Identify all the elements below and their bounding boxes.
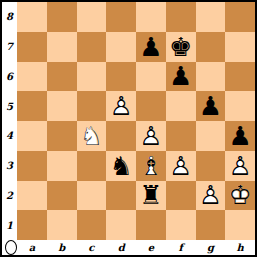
square-b2[interactable]	[47, 181, 77, 211]
square-b6[interactable]	[47, 62, 77, 92]
square-c8[interactable]	[77, 2, 107, 32]
square-d2[interactable]	[106, 181, 136, 211]
square-e8[interactable]	[136, 2, 166, 32]
king-glyph: ♚	[169, 34, 192, 60]
pawn-glyph: ♟	[228, 123, 251, 149]
square-a1[interactable]	[17, 210, 47, 240]
square-e2[interactable]: ♜	[136, 181, 166, 211]
square-d7[interactable]	[106, 32, 136, 62]
rank-label-6: 6	[2, 62, 17, 92]
file-label-d: d	[106, 240, 136, 255]
piece-white-pawn[interactable]: ♟♙	[225, 151, 255, 181]
pawn-glyph-outline: ♙	[169, 153, 192, 179]
square-a2[interactable]	[17, 181, 47, 211]
pawn-glyph-outline: ♙	[139, 123, 162, 149]
rank-label-5: 5	[2, 91, 17, 121]
square-e5[interactable]	[136, 91, 166, 121]
square-a7[interactable]	[17, 32, 47, 62]
file-label-b: b	[47, 240, 77, 255]
square-g1[interactable]	[196, 210, 226, 240]
square-b1[interactable]	[47, 210, 77, 240]
square-b4[interactable]	[47, 121, 77, 151]
file-label-f: f	[166, 240, 196, 255]
square-h1[interactable]	[225, 210, 255, 240]
square-g2[interactable]: ♟♙	[196, 181, 226, 211]
square-d6[interactable]	[106, 62, 136, 92]
square-c7[interactable]	[77, 32, 107, 62]
piece-black-rook[interactable]: ♜	[136, 181, 166, 211]
pawn-glyph-outline: ♙	[199, 182, 222, 208]
rank-label-8: 8	[2, 2, 17, 32]
square-d1[interactable]	[106, 210, 136, 240]
piece-black-king[interactable]: ♚	[166, 32, 196, 62]
square-e6[interactable]	[136, 62, 166, 92]
square-e3[interactable]: ♝♗	[136, 151, 166, 181]
square-c4[interactable]: ♞♘	[77, 121, 107, 151]
piece-white-king[interactable]: ♚♔	[225, 181, 255, 211]
square-a8[interactable]	[17, 2, 47, 32]
side-to-move-cell	[2, 240, 17, 255]
file-label-a: a	[17, 240, 47, 255]
piece-black-pawn[interactable]: ♟	[196, 91, 226, 121]
file-label-c: c	[77, 240, 107, 255]
square-g8[interactable]	[196, 2, 226, 32]
chess-board: 87♟♚6♟5♟♙♟4♞♘♟♙♟3♞♝♗♟♙♟♙2♜♟♙♚♔1abcdefgh	[2, 2, 255, 255]
rank-label-7: 7	[2, 32, 17, 62]
square-f5[interactable]	[166, 91, 196, 121]
pawn-glyph: ♟	[169, 63, 192, 89]
square-f2[interactable]	[166, 181, 196, 211]
square-g6[interactable]	[196, 62, 226, 92]
rook-glyph: ♜	[139, 182, 162, 208]
square-f6[interactable]: ♟	[166, 62, 196, 92]
piece-white-bishop[interactable]: ♝♗	[136, 151, 166, 181]
chess-diagram: 87♟♚6♟5♟♙♟4♞♘♟♙♟3♞♝♗♟♙♟♙2♜♟♙♚♔1abcdefgh	[0, 0, 257, 257]
piece-black-pawn[interactable]: ♟	[225, 121, 255, 151]
square-a4[interactable]	[17, 121, 47, 151]
square-f4[interactable]	[166, 121, 196, 151]
pawn-glyph-outline: ♙	[228, 153, 251, 179]
piece-black-pawn[interactable]: ♟	[136, 32, 166, 62]
square-h5[interactable]	[225, 91, 255, 121]
pawn-glyph: ♟	[139, 34, 162, 60]
file-label-e: e	[136, 240, 166, 255]
square-e4[interactable]: ♟♙	[136, 121, 166, 151]
square-h7[interactable]	[225, 32, 255, 62]
piece-white-pawn[interactable]: ♟♙	[166, 151, 196, 181]
piece-white-pawn[interactable]: ♟♙	[136, 121, 166, 151]
square-b3[interactable]	[47, 151, 77, 181]
bishop-glyph-outline: ♗	[139, 153, 162, 179]
square-f8[interactable]	[166, 2, 196, 32]
square-a3[interactable]	[17, 151, 47, 181]
square-f3[interactable]: ♟♙	[166, 151, 196, 181]
knight-glyph: ♞	[109, 153, 132, 179]
piece-white-knight[interactable]: ♞♘	[77, 121, 107, 151]
piece-black-knight[interactable]: ♞	[106, 151, 136, 181]
square-e1[interactable]	[136, 210, 166, 240]
square-d4[interactable]	[106, 121, 136, 151]
king-glyph-outline: ♔	[228, 182, 251, 208]
square-c1[interactable]	[77, 210, 107, 240]
square-f1[interactable]	[166, 210, 196, 240]
knight-glyph-outline: ♘	[80, 123, 103, 149]
square-d8[interactable]	[106, 2, 136, 32]
rank-label-4: 4	[2, 121, 17, 151]
pawn-glyph-outline: ♙	[109, 93, 132, 119]
square-b7[interactable]	[47, 32, 77, 62]
square-d5[interactable]: ♟♙	[106, 91, 136, 121]
square-g3[interactable]	[196, 151, 226, 181]
square-c6[interactable]	[77, 62, 107, 92]
piece-white-pawn[interactable]: ♟♙	[196, 181, 226, 211]
white-to-move-indicator-icon	[5, 240, 17, 255]
square-g5[interactable]: ♟	[196, 91, 226, 121]
square-b8[interactable]	[47, 2, 77, 32]
square-h4[interactable]: ♟	[225, 121, 255, 151]
square-f7[interactable]: ♚	[166, 32, 196, 62]
pawn-glyph: ♟	[199, 93, 222, 119]
square-c2[interactable]	[77, 181, 107, 211]
rank-label-1: 1	[2, 210, 17, 240]
square-b5[interactable]	[47, 91, 77, 121]
square-h3[interactable]: ♟♙	[225, 151, 255, 181]
square-c3[interactable]	[77, 151, 107, 181]
square-g7[interactable]	[196, 32, 226, 62]
square-d3[interactable]: ♞	[106, 151, 136, 181]
piece-white-pawn[interactable]: ♟♙	[106, 91, 136, 121]
rank-label-2: 2	[2, 181, 17, 211]
rank-label-3: 3	[2, 151, 17, 181]
piece-black-pawn[interactable]: ♟	[166, 62, 196, 92]
square-h2[interactable]: ♚♔	[225, 181, 255, 211]
square-a6[interactable]	[17, 62, 47, 92]
square-e7[interactable]: ♟	[136, 32, 166, 62]
square-h8[interactable]	[225, 2, 255, 32]
square-g4[interactable]	[196, 121, 226, 151]
file-label-g: g	[196, 240, 226, 255]
square-a5[interactable]	[17, 91, 47, 121]
square-h6[interactable]	[225, 62, 255, 92]
square-c5[interactable]	[77, 91, 107, 121]
file-label-h: h	[225, 240, 255, 255]
